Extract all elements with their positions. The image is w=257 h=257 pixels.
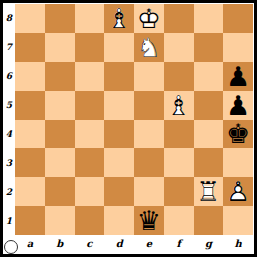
square-e1[interactable]: ♛: [134, 206, 164, 235]
square-f5[interactable]: ♝♗: [164, 91, 194, 120]
square-h6[interactable]: ♟: [223, 62, 253, 91]
square-h8[interactable]: [223, 4, 253, 33]
square-a1[interactable]: [15, 206, 45, 235]
square-c5[interactable]: [75, 91, 105, 120]
square-g6[interactable]: [194, 62, 224, 91]
white-king-icon: ♔: [134, 4, 164, 33]
file-label-a: a: [15, 235, 45, 252]
chess-board[interactable]: ♝♗♚♔♞♘♟♝♗♟♚♜♖♟♙♛: [15, 4, 253, 235]
square-d1[interactable]: [104, 206, 134, 235]
square-h7[interactable]: [223, 33, 253, 62]
square-g8[interactable]: [194, 4, 224, 33]
black-king-h4[interactable]: ♚: [223, 120, 253, 149]
black-king-icon: ♚: [223, 120, 253, 149]
square-e6[interactable]: [134, 62, 164, 91]
file-label-e: e: [134, 235, 164, 252]
square-f6[interactable]: [164, 62, 194, 91]
black-queen-e1[interactable]: ♛: [134, 206, 164, 235]
square-c8[interactable]: [75, 4, 105, 33]
square-f8[interactable]: [164, 4, 194, 33]
square-b5[interactable]: [45, 91, 75, 120]
file-label-h: h: [223, 235, 253, 252]
square-d5[interactable]: [104, 91, 134, 120]
square-b3[interactable]: [45, 148, 75, 177]
file-label-g: g: [194, 235, 224, 252]
chess-diagram: 87654321 ♝♗♚♔♞♘♟♝♗♟♚♜♖♟♙♛ abcdefgh: [0, 0, 257, 257]
square-h1[interactable]: [223, 206, 253, 235]
square-e8[interactable]: ♚♔: [134, 4, 164, 33]
square-d4[interactable]: [104, 120, 134, 149]
rank-label-6: 6: [3, 62, 15, 91]
square-a8[interactable]: [15, 4, 45, 33]
square-d7[interactable]: [104, 33, 134, 62]
rank-label-2: 2: [3, 177, 15, 206]
white-to-move-indicator: [4, 240, 18, 254]
square-f4[interactable]: [164, 120, 194, 149]
rank-label-4: 4: [3, 120, 15, 149]
square-e5[interactable]: [134, 91, 164, 120]
square-c4[interactable]: [75, 120, 105, 149]
file-label-c: c: [75, 235, 105, 252]
square-b2[interactable]: [45, 177, 75, 206]
square-f2[interactable]: [164, 177, 194, 206]
white-bishop-icon: ♗: [164, 91, 194, 120]
black-pawn-h6[interactable]: ♟: [223, 62, 253, 91]
white-knight-icon: ♘: [134, 33, 164, 62]
rank-label-3: 3: [3, 148, 15, 177]
black-pawn-icon: ♟: [223, 62, 253, 91]
rank-label-5: 5: [3, 91, 15, 120]
square-a4[interactable]: [15, 120, 45, 149]
square-e4[interactable]: [134, 120, 164, 149]
square-a7[interactable]: [15, 33, 45, 62]
square-e2[interactable]: [134, 177, 164, 206]
square-c7[interactable]: [75, 33, 105, 62]
square-g7[interactable]: [194, 33, 224, 62]
black-pawn-icon: ♟: [223, 91, 253, 120]
square-d6[interactable]: [104, 62, 134, 91]
white-knight-e7[interactable]: ♞♘: [134, 33, 164, 62]
square-c2[interactable]: [75, 177, 105, 206]
square-c1[interactable]: [75, 206, 105, 235]
square-d8[interactable]: ♝♗: [104, 4, 134, 33]
square-e3[interactable]: [134, 148, 164, 177]
square-f1[interactable]: [164, 206, 194, 235]
black-queen-icon: ♛: [134, 206, 164, 235]
square-g1[interactable]: [194, 206, 224, 235]
file-labels: abcdefgh: [15, 235, 253, 252]
square-h4[interactable]: ♚: [223, 120, 253, 149]
square-a6[interactable]: [15, 62, 45, 91]
square-b4[interactable]: [45, 120, 75, 149]
square-e7[interactable]: ♞♘: [134, 33, 164, 62]
square-f7[interactable]: [164, 33, 194, 62]
square-g4[interactable]: [194, 120, 224, 149]
square-d3[interactable]: [104, 148, 134, 177]
white-rook-icon: ♖: [194, 177, 224, 206]
square-f3[interactable]: [164, 148, 194, 177]
white-bishop-icon: ♗: [104, 4, 134, 33]
square-d2[interactable]: [104, 177, 134, 206]
rank-label-7: 7: [3, 33, 15, 62]
white-king-e8[interactable]: ♚♔: [134, 4, 164, 33]
square-a5[interactable]: [15, 91, 45, 120]
rank-label-8: 8: [3, 4, 15, 33]
square-b7[interactable]: [45, 33, 75, 62]
square-a2[interactable]: [15, 177, 45, 206]
black-pawn-h5[interactable]: ♟: [223, 91, 253, 120]
square-b8[interactable]: [45, 4, 75, 33]
square-c3[interactable]: [75, 148, 105, 177]
square-g2[interactable]: ♜♖: [194, 177, 224, 206]
square-h5[interactable]: ♟: [223, 91, 253, 120]
square-c6[interactable]: [75, 62, 105, 91]
square-h2[interactable]: ♟♙: [223, 177, 253, 206]
square-h3[interactable]: [223, 148, 253, 177]
file-label-d: d: [104, 235, 134, 252]
square-g5[interactable]: [194, 91, 224, 120]
file-label-b: b: [45, 235, 75, 252]
square-g3[interactable]: [194, 148, 224, 177]
white-rook-g2[interactable]: ♜♖: [194, 177, 224, 206]
file-label-f: f: [164, 235, 194, 252]
square-b1[interactable]: [45, 206, 75, 235]
white-bishop-d8[interactable]: ♝♗: [104, 4, 134, 33]
white-bishop-f5[interactable]: ♝♗: [164, 91, 194, 120]
rank-labels: 87654321: [3, 4, 15, 235]
white-pawn-icon: ♙: [223, 177, 253, 206]
white-pawn-h2[interactable]: ♟♙: [223, 177, 253, 206]
square-b6[interactable]: [45, 62, 75, 91]
square-a3[interactable]: [15, 148, 45, 177]
rank-label-1: 1: [3, 206, 15, 235]
